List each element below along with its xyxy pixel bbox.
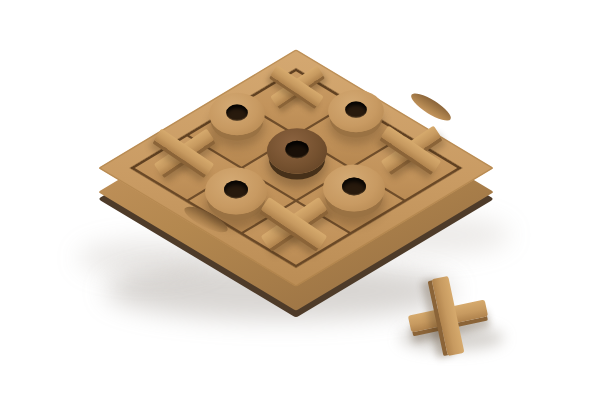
o-piece-r0c1[interactable] [328,90,384,132]
o-piece-hole [226,104,248,120]
photo-scene [0,0,600,399]
o-piece-hole [285,140,308,157]
x-piece-r2c0[interactable] [151,126,216,178]
o-piece-hole [342,177,366,195]
o-piece-r1c1[interactable] [267,128,327,174]
pieces-layer [0,0,600,399]
o-piece-hole [224,180,248,198]
o-piece-r1c2[interactable] [323,165,385,212]
o-piece-hole [345,101,367,117]
x-piece-r0c2[interactable] [378,123,443,175]
x-piece-r2c2[interactable] [258,195,330,252]
x-piece-r0c0[interactable] [268,63,326,109]
x-piece-off-board[interactable] [404,279,493,353]
o-piece-r1c0[interactable] [209,93,265,135]
